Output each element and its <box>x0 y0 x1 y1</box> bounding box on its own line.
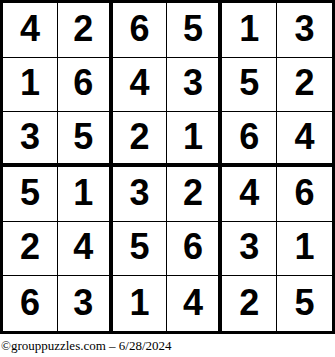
sudoku-cell-r5c5: 3 <box>222 222 277 277</box>
sudoku-page: 4 2 6 5 1 3 1 6 4 3 5 2 3 5 2 1 6 4 5 1 … <box>0 0 335 357</box>
sudoku-cell-r6c3: 1 <box>113 276 168 331</box>
sudoku-cell-r6c5: 2 <box>222 276 277 331</box>
sudoku-cell-r3c1: 3 <box>3 112 58 167</box>
sudoku-cell-r6c1: 6 <box>3 276 58 331</box>
sudoku-cell-r2c2: 6 <box>58 58 113 113</box>
sudoku-cell-r3c3: 2 <box>113 112 168 167</box>
sudoku-cell-r1c1: 4 <box>3 3 58 58</box>
sudoku-cell-r3c4: 1 <box>167 112 222 167</box>
sudoku-cell-r2c6: 2 <box>277 58 332 113</box>
sudoku-cell-r4c6: 6 <box>277 167 332 222</box>
sudoku-cell-r6c6: 5 <box>277 276 332 331</box>
sudoku-cell-r2c5: 5 <box>222 58 277 113</box>
sudoku-cell-r6c2: 3 <box>58 276 113 331</box>
sudoku-cell-r2c4: 3 <box>167 58 222 113</box>
sudoku-cell-r4c4: 2 <box>167 167 222 222</box>
sudoku-cell-r2c3: 4 <box>113 58 168 113</box>
sudoku-board: 4 2 6 5 1 3 1 6 4 3 5 2 3 5 2 1 6 4 5 1 … <box>0 0 335 334</box>
copyright-credit: ©grouppuzzles.com – 6/28/2024 <box>0 334 335 357</box>
sudoku-cell-r1c6: 3 <box>277 3 332 58</box>
sudoku-cell-r5c4: 6 <box>167 222 222 277</box>
sudoku-cell-r3c6: 4 <box>277 112 332 167</box>
sudoku-cell-r4c5: 4 <box>222 167 277 222</box>
sudoku-cell-r4c3: 3 <box>113 167 168 222</box>
sudoku-cell-r5c6: 1 <box>277 222 332 277</box>
sudoku-cell-r3c2: 5 <box>58 112 113 167</box>
sudoku-cell-r5c3: 5 <box>113 222 168 277</box>
sudoku-cell-r2c1: 1 <box>3 58 58 113</box>
sudoku-cell-r4c2: 1 <box>58 167 113 222</box>
sudoku-cell-r1c3: 6 <box>113 3 168 58</box>
sudoku-cell-r6c4: 4 <box>167 276 222 331</box>
sudoku-cell-r5c2: 4 <box>58 222 113 277</box>
sudoku-cell-r1c5: 1 <box>222 3 277 58</box>
sudoku-cell-r1c4: 5 <box>167 3 222 58</box>
sudoku-cell-r4c1: 5 <box>3 167 58 222</box>
sudoku-cell-r3c5: 6 <box>222 112 277 167</box>
sudoku-cell-r1c2: 2 <box>58 3 113 58</box>
sudoku-cell-r5c1: 2 <box>3 222 58 277</box>
